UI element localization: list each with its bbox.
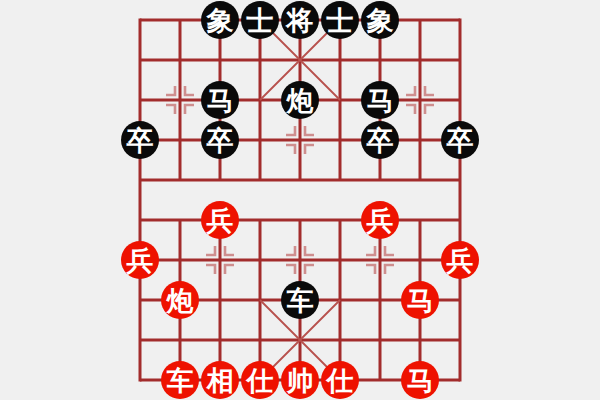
piece-glyph: 仕: [241, 361, 279, 399]
piece-black-chariot[interactable]: 车: [280, 280, 320, 320]
piece-red-soldier[interactable]: 兵: [360, 200, 400, 240]
piece-red-elephant[interactable]: 相: [200, 360, 240, 400]
piece-black-cannon[interactable]: 炮: [280, 80, 320, 120]
piece-glyph: 马: [361, 81, 399, 119]
piece-red-soldier[interactable]: 兵: [440, 240, 480, 280]
piece-black-general[interactable]: 将: [280, 0, 320, 40]
piece-glyph: 兵: [441, 241, 479, 279]
piece-red-horse[interactable]: 马: [400, 360, 440, 400]
piece-black-soldier[interactable]: 卒: [440, 120, 480, 160]
piece-glyph: 车: [161, 361, 199, 399]
piece-glyph: 象: [361, 1, 399, 39]
piece-glyph: 仕: [321, 361, 359, 399]
piece-glyph: 马: [401, 281, 439, 319]
piece-glyph: 兵: [201, 201, 239, 239]
piece-glyph: 兵: [361, 201, 399, 239]
piece-red-soldier[interactable]: 兵: [120, 240, 160, 280]
piece-red-cannon[interactable]: 炮: [160, 280, 200, 320]
piece-glyph: 相: [201, 361, 239, 399]
piece-red-advisor[interactable]: 仕: [240, 360, 280, 400]
piece-red-horse[interactable]: 马: [400, 280, 440, 320]
pieces-layer: 象士将士象马炮马卒卒卒卒车兵兵兵兵炮马车相仕帅仕马: [120, 0, 480, 400]
piece-glyph: 卒: [441, 121, 479, 159]
piece-red-advisor[interactable]: 仕: [320, 360, 360, 400]
piece-black-soldier[interactable]: 卒: [120, 120, 160, 160]
piece-red-soldier[interactable]: 兵: [200, 200, 240, 240]
piece-glyph: 炮: [161, 281, 199, 319]
piece-glyph: 卒: [201, 121, 239, 159]
piece-glyph: 炮: [281, 81, 319, 119]
piece-red-general[interactable]: 帅: [280, 360, 320, 400]
piece-glyph: 马: [201, 81, 239, 119]
piece-black-elephant[interactable]: 象: [200, 0, 240, 40]
piece-black-advisor[interactable]: 士: [320, 0, 360, 40]
piece-glyph: 将: [281, 1, 319, 39]
piece-black-advisor[interactable]: 士: [240, 0, 280, 40]
piece-red-chariot[interactable]: 车: [160, 360, 200, 400]
piece-black-horse[interactable]: 马: [360, 80, 400, 120]
piece-black-elephant[interactable]: 象: [360, 0, 400, 40]
piece-glyph: 象: [201, 1, 239, 39]
piece-glyph: 马: [401, 361, 439, 399]
piece-glyph: 卒: [361, 121, 399, 159]
piece-black-horse[interactable]: 马: [200, 80, 240, 120]
piece-glyph: 兵: [121, 241, 159, 279]
piece-glyph: 士: [241, 1, 279, 39]
xiangqi-board: 象士将士象马炮马卒卒卒卒车兵兵兵兵炮马车相仕帅仕马: [0, 0, 600, 400]
piece-glyph: 士: [321, 1, 359, 39]
piece-black-soldier[interactable]: 卒: [360, 120, 400, 160]
piece-glyph: 帅: [281, 361, 319, 399]
piece-black-soldier[interactable]: 卒: [200, 120, 240, 160]
piece-glyph: 卒: [121, 121, 159, 159]
piece-glyph: 车: [281, 281, 319, 319]
